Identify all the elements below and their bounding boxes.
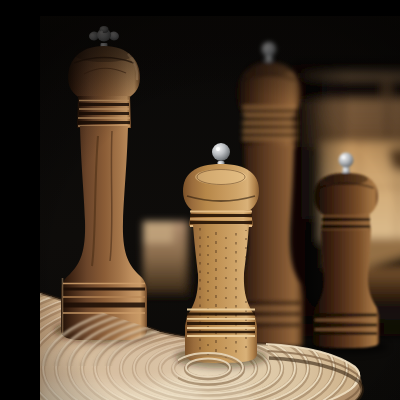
vignette bbox=[40, 16, 400, 400]
product-photo bbox=[40, 16, 400, 400]
product-photo-svg bbox=[40, 16, 400, 400]
